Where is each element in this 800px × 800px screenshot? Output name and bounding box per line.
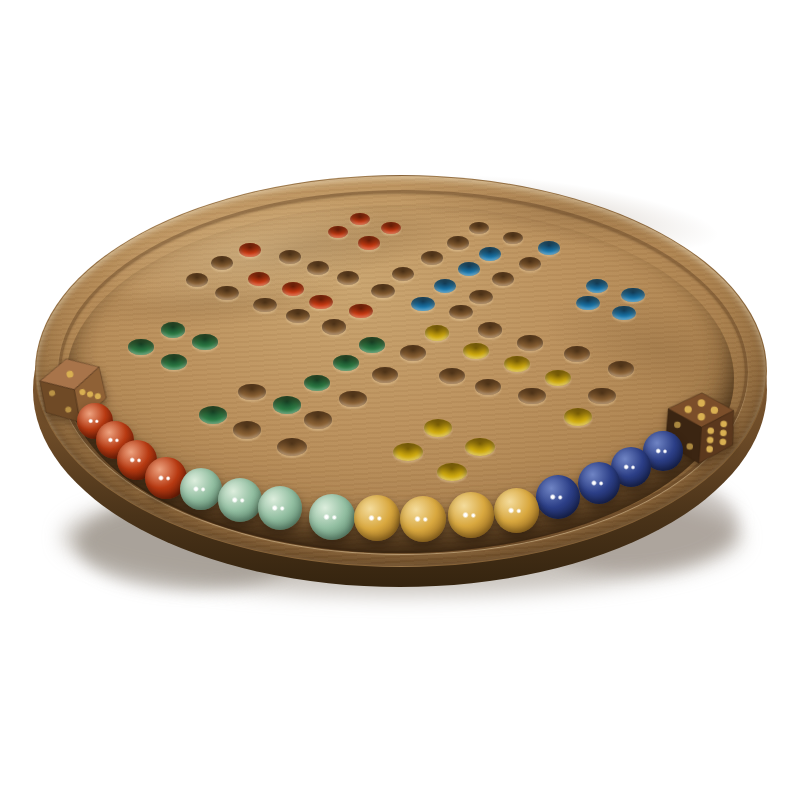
board-hole-green-base-11[interactable] [128,339,153,355]
board-hole-yellow-start-35[interactable] [564,408,592,425]
board-hole-yellow-home-33[interactable] [504,356,530,372]
board-hole-red-home-6[interactable] [309,295,332,310]
board-hole-red-start-8[interactable] [239,243,260,256]
board-hole-blue-home-22[interactable] [479,247,501,260]
board-hole-natural-track-41[interactable] [337,271,360,285]
board-hole-green-home-14[interactable] [333,355,359,371]
board-hole-natural-track-48[interactable] [447,236,468,249]
board-hole-natural-track-65[interactable] [339,391,366,408]
board-hole-natural-track-59[interactable] [588,388,615,405]
board-hole-natural-track-40[interactable] [307,261,329,275]
board-hole-red-home-7[interactable] [349,304,373,319]
board-hole-yellow-base-28[interactable] [465,438,494,456]
marble-channel [66,205,734,553]
board-hole-natural-track-52[interactable] [492,272,515,286]
board-hole-natural-track-53[interactable] [469,290,492,304]
board-hole-blue-base-20[interactable] [576,296,600,311]
board-hole-blue-start-26[interactable] [538,241,559,254]
board-hole-natural-track-47[interactable] [421,251,443,264]
board-hole-natural-track-68[interactable] [233,421,262,439]
board-hole-green-home-13[interactable] [359,337,384,353]
board-hole-natural-track-63[interactable] [400,345,426,361]
marble-yellow-2[interactable] [400,496,446,542]
board-hole-natural-track-58[interactable] [608,361,634,377]
marble-blue-1[interactable] [536,475,580,519]
board-hole-natural-track-67[interactable] [277,438,306,456]
board-hole-blue-home-25[interactable] [411,297,435,312]
board-hole-natural-track-46[interactable] [392,267,414,281]
board-hole-blue-base-19[interactable] [621,288,644,302]
board-hole-green-base-10[interactable] [192,334,217,350]
board-hole-natural-track-57[interactable] [564,346,590,362]
board-hole-yellow-home-31[interactable] [425,325,450,340]
board-hole-yellow-home-32[interactable] [463,343,488,359]
marble-green-4[interactable] [309,494,355,540]
marble-yellow-4[interactable] [494,488,539,533]
board-hole-red-home-4[interactable] [248,272,271,286]
board-hole-natural-track-51[interactable] [519,257,541,271]
board-hole-natural-track-45[interactable] [322,319,346,334]
board-hole-green-base-12[interactable] [161,354,187,370]
board-hole-natural-track-43[interactable] [253,298,277,313]
board-hole-natural-track-42[interactable] [371,284,394,298]
marble-yellow-1[interactable] [354,495,400,541]
board-hole-yellow-base-27[interactable] [424,419,453,437]
board-hole-blue-home-23[interactable] [458,262,480,276]
photo-stage [0,0,800,800]
marble-yellow-3[interactable] [448,492,494,538]
board-hole-natural-track-69[interactable] [238,384,265,401]
board-hole-yellow-base-29[interactable] [393,443,422,461]
board-hole-natural-track-62[interactable] [518,388,545,405]
board-hole-natural-track-37[interactable] [186,273,209,287]
board-hole-natural-track-38[interactable] [215,286,238,300]
board-hole-natural-track-54[interactable] [449,305,473,320]
board-hole-natural-track-39[interactable] [279,250,301,263]
board-hole-red-base-2[interactable] [358,236,379,249]
board-hole-natural-track-55[interactable] [478,322,503,337]
board-hole-green-home-16[interactable] [273,396,301,413]
board-hole-natural-track-36[interactable] [211,256,233,270]
board-hole-green-base-9[interactable] [161,322,186,337]
marble-green-2[interactable] [218,478,262,522]
marble-blue-2[interactable] [578,462,620,504]
board-hole-natural-track-66[interactable] [304,411,332,428]
board-hole-green-start-17[interactable] [199,406,227,423]
board-hole-natural-track-56[interactable] [517,335,542,351]
